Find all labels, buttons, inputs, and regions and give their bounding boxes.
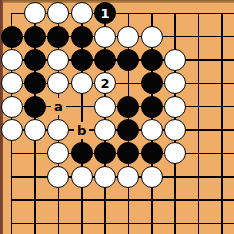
white-stone[interactable] [47,119,69,141]
white-stone[interactable] [47,72,69,94]
white-stone[interactable] [1,96,23,118]
white-stone[interactable] [141,166,163,188]
black-stone[interactable] [117,142,139,164]
point-label-b[interactable]: b [74,122,89,139]
white-stone[interactable] [47,166,69,188]
white-stone[interactable] [94,26,116,48]
go-board: ab12 [0,0,234,234]
white-stone[interactable] [47,49,69,71]
white-stone-2[interactable]: 2 [94,72,116,94]
black-stone[interactable] [141,96,163,118]
white-stone[interactable] [24,119,46,141]
black-stone[interactable] [117,49,139,71]
point-label-a[interactable]: a [51,98,66,115]
black-stone[interactable] [94,142,116,164]
black-stone[interactable] [24,26,46,48]
grid-line-horizontal [11,223,234,225]
white-stone[interactable] [141,119,163,141]
black-stone[interactable] [24,96,46,118]
black-stone[interactable] [24,72,46,94]
grid-line-vertical [198,13,200,234]
black-stone[interactable] [71,26,93,48]
white-stone[interactable] [71,2,93,24]
white-stone[interactable] [47,142,69,164]
white-stone[interactable] [141,26,163,48]
white-stone[interactable] [1,119,23,141]
white-stone[interactable] [71,72,93,94]
white-stone[interactable] [94,119,116,141]
go-diagram: ab12 [0,0,234,234]
white-stone[interactable] [94,96,116,118]
white-stone[interactable] [117,26,139,48]
black-stone[interactable] [24,49,46,71]
black-stone[interactable] [117,119,139,141]
white-stone[interactable] [164,96,186,118]
black-stone[interactable] [117,96,139,118]
white-stone[interactable] [164,49,186,71]
white-stone[interactable] [117,166,139,188]
black-stone-1[interactable]: 1 [94,2,116,24]
white-stone[interactable] [47,2,69,24]
black-stone[interactable] [1,26,23,48]
white-stone[interactable] [164,142,186,164]
white-stone[interactable] [71,166,93,188]
black-stone[interactable] [71,142,93,164]
black-stone[interactable] [94,49,116,71]
black-stone[interactable] [47,26,69,48]
white-stone[interactable] [164,72,186,94]
white-stone[interactable] [1,72,23,94]
grid-line-horizontal [11,199,234,201]
white-stone[interactable] [94,166,116,188]
black-stone[interactable] [71,49,93,71]
grid-line-vertical [221,13,223,234]
black-stone[interactable] [141,142,163,164]
black-stone[interactable] [141,49,163,71]
black-stone[interactable] [141,72,163,94]
white-stone[interactable] [24,2,46,24]
white-stone[interactable] [1,49,23,71]
white-stone[interactable] [164,119,186,141]
